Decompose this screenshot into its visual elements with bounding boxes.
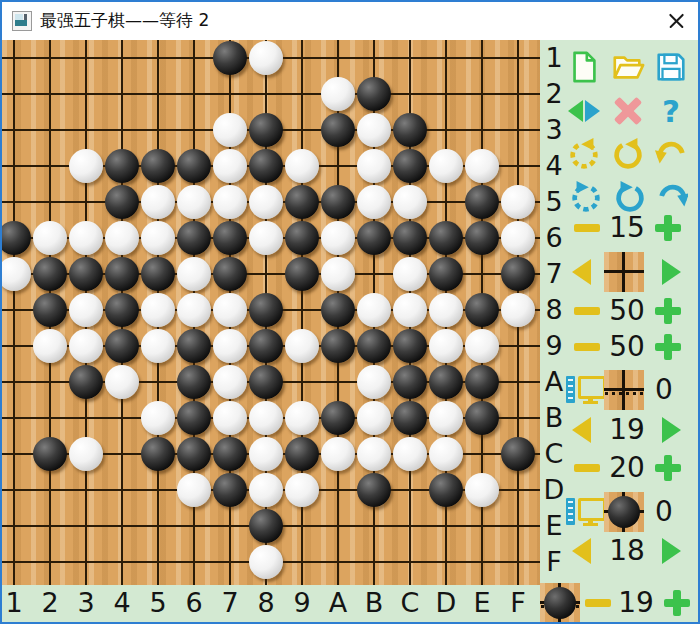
column-label: 3 — [68, 586, 104, 620]
white-stone — [393, 257, 427, 291]
white-stone — [249, 437, 283, 471]
new-file-icon[interactable] — [565, 48, 603, 86]
plus-button[interactable] — [664, 590, 690, 616]
white-stone — [213, 185, 247, 219]
black-stone — [177, 365, 211, 399]
black-stone — [429, 473, 463, 507]
white-stone — [141, 401, 175, 435]
row-label: 6 — [536, 221, 572, 255]
black-stone — [33, 293, 67, 327]
black-stone — [213, 41, 247, 75]
black-stone — [105, 149, 139, 183]
setting-value: 50 — [595, 295, 659, 327]
white-stone — [429, 149, 463, 183]
white-stone — [285, 329, 319, 363]
black-stone — [501, 437, 535, 471]
white-stone — [357, 401, 391, 435]
bottom-panel: 123456789ABCDEF 19 — [2, 585, 698, 622]
white-stone — [357, 149, 391, 183]
prev-style-arrow[interactable] — [572, 259, 591, 285]
white-stone — [69, 221, 103, 255]
column-label: A — [320, 586, 356, 620]
black-stone — [429, 221, 463, 255]
white-stone — [249, 185, 283, 219]
white-stone — [33, 221, 67, 255]
next-style-arrow[interactable] — [662, 259, 681, 285]
white-stone — [357, 113, 391, 147]
white-stone — [393, 437, 427, 471]
column-label: F — [500, 586, 536, 620]
white-stone — [321, 221, 355, 255]
row-label: B — [536, 401, 572, 435]
black-stone — [105, 329, 139, 363]
side-panel: 123456789ABCDEF ? 15 50 — [540, 40, 698, 585]
black-stone — [465, 221, 499, 255]
computer-icon — [566, 374, 602, 406]
turn-indicator-black-stone — [540, 583, 580, 623]
open-file-icon[interactable] — [609, 48, 647, 86]
title-bar: 最强五子棋——等待 2 — [2, 0, 698, 40]
white-stone — [177, 257, 211, 291]
black-stone — [177, 221, 211, 255]
setting-value: 50 — [595, 331, 659, 363]
white-stone — [393, 293, 427, 327]
row-label: 8 — [536, 293, 572, 327]
white-stone — [285, 401, 319, 435]
white-stone — [321, 437, 355, 471]
white-stone — [501, 221, 535, 255]
column-label: 6 — [176, 586, 212, 620]
window-title: 最强五子棋——等待 2 — [40, 9, 209, 32]
white-stone — [69, 329, 103, 363]
white-stone — [213, 401, 247, 435]
column-label: D — [428, 586, 464, 620]
indicator-value: 0 — [632, 496, 696, 528]
black-stone — [177, 401, 211, 435]
white-stone — [285, 473, 319, 507]
row-label: F — [536, 545, 572, 579]
black-stone — [105, 185, 139, 219]
white-stone — [69, 437, 103, 471]
black-stone — [33, 437, 67, 471]
white-stone — [501, 185, 535, 219]
white-stone — [177, 185, 211, 219]
black-stone — [465, 293, 499, 327]
white-stone — [285, 149, 319, 183]
column-label: 7 — [212, 586, 248, 620]
white-stone — [357, 293, 391, 327]
black-stone — [249, 329, 283, 363]
white-stone — [249, 221, 283, 255]
black-stone — [393, 365, 427, 399]
black-stone — [213, 257, 247, 291]
black-stone — [69, 257, 103, 291]
black-stone — [285, 437, 319, 471]
black-stone — [429, 365, 463, 399]
back-forward-icon[interactable] — [565, 92, 603, 130]
black-stone — [501, 257, 535, 291]
black-stone — [357, 77, 391, 111]
selector-value: 18 — [595, 535, 659, 567]
white-stone — [429, 329, 463, 363]
next-arrow[interactable] — [662, 417, 681, 443]
white-stone — [105, 221, 139, 255]
black-stone — [465, 185, 499, 219]
column-label: 1 — [0, 586, 32, 620]
black-stone — [357, 221, 391, 255]
black-stone — [285, 221, 319, 255]
help-icon[interactable]: ? — [652, 92, 690, 130]
delete-cross-icon[interactable] — [609, 92, 647, 130]
column-label: E — [464, 586, 500, 620]
gomoku-window: 最强五子棋——等待 2 123456789ABCDEF ? 15 — [0, 0, 700, 624]
column-label: 2 — [32, 586, 68, 620]
close-icon[interactable] — [662, 7, 690, 35]
black-stone — [465, 401, 499, 435]
selector-value: 19 — [595, 414, 659, 446]
board-style-tile[interactable] — [604, 252, 644, 292]
column-label: 8 — [248, 586, 284, 620]
prev-arrow[interactable] — [572, 538, 591, 564]
white-stone — [465, 149, 499, 183]
white-stone — [393, 185, 427, 219]
board-size-value: 15 — [595, 212, 659, 244]
black-stone — [321, 185, 355, 219]
white-stone — [177, 293, 211, 327]
black-stone — [105, 257, 139, 291]
white-stone — [357, 185, 391, 219]
white-stone — [429, 401, 463, 435]
black-stone — [429, 257, 463, 291]
black-stone — [249, 509, 283, 543]
white-stone — [249, 473, 283, 507]
prev-arrow[interactable] — [572, 417, 591, 443]
white-stone — [357, 437, 391, 471]
black-stone — [393, 329, 427, 363]
column-label: B — [356, 586, 392, 620]
row-label: 7 — [536, 257, 572, 291]
black-stone — [321, 113, 355, 147]
black-stone — [249, 113, 283, 147]
black-stone — [393, 149, 427, 183]
column-label: 9 — [284, 586, 320, 620]
white-stone — [213, 293, 247, 327]
black-stone — [213, 473, 247, 507]
black-stone — [321, 329, 355, 363]
black-stone — [177, 437, 211, 471]
white-stone — [249, 41, 283, 75]
white-stone — [213, 149, 247, 183]
black-stone — [213, 221, 247, 255]
black-stone — [249, 365, 283, 399]
black-stone — [249, 293, 283, 327]
black-stone — [141, 437, 175, 471]
black-stone — [393, 221, 427, 255]
column-label: 4 — [104, 586, 140, 620]
white-stone — [321, 257, 355, 291]
undo-rotate-dashed-icon[interactable] — [565, 136, 603, 174]
black-stone — [141, 257, 175, 291]
column-label: 5 — [140, 586, 176, 620]
white-stone — [33, 329, 67, 363]
black-stone — [249, 149, 283, 183]
white-stone — [429, 293, 463, 327]
black-stone — [285, 185, 319, 219]
white-stone — [213, 329, 247, 363]
black-stone — [69, 365, 103, 399]
white-stone — [321, 77, 355, 111]
white-stone — [141, 329, 175, 363]
row-label: C — [536, 437, 572, 471]
white-stone — [249, 401, 283, 435]
white-stone — [465, 329, 499, 363]
gomoku-board[interactable] — [2, 40, 540, 585]
black-stone — [357, 329, 391, 363]
white-stone — [69, 293, 103, 327]
undo-arc-icon[interactable] — [652, 136, 690, 174]
next-arrow[interactable] — [662, 538, 681, 564]
black-stone — [465, 365, 499, 399]
plus-button[interactable] — [655, 298, 681, 324]
white-stone — [465, 473, 499, 507]
indicator-value: 0 — [632, 374, 696, 406]
black-stone — [285, 257, 319, 291]
setting-value: 20 — [595, 452, 659, 484]
black-stone — [321, 401, 355, 435]
black-stone — [177, 149, 211, 183]
save-file-icon[interactable] — [652, 48, 690, 86]
black-stone — [177, 329, 211, 363]
white-stone — [141, 293, 175, 327]
black-stone — [393, 401, 427, 435]
plus-button[interactable] — [655, 455, 681, 481]
white-stone — [105, 365, 139, 399]
white-stone — [501, 293, 535, 327]
black-stone — [321, 293, 355, 327]
white-stone — [249, 545, 283, 579]
white-stone — [213, 113, 247, 147]
white-stone — [141, 221, 175, 255]
black-stone — [105, 293, 139, 327]
column-label: C — [392, 586, 428, 620]
white-stone — [141, 185, 175, 219]
computer-icon — [566, 496, 602, 528]
white-stone — [357, 365, 391, 399]
setting-value: 19 — [604, 587, 668, 619]
white-stone — [429, 437, 463, 471]
black-stone — [357, 473, 391, 507]
black-stone — [213, 437, 247, 471]
app-icon — [12, 11, 32, 31]
white-stone — [69, 149, 103, 183]
black-stone — [33, 257, 67, 291]
white-stone — [177, 473, 211, 507]
white-stone — [213, 365, 247, 399]
row-label: 9 — [536, 329, 572, 363]
plus-button[interactable] — [655, 215, 681, 241]
black-stone — [393, 113, 427, 147]
black-stone — [141, 149, 175, 183]
plus-button[interactable] — [655, 334, 681, 360]
undo-rotate-icon[interactable] — [609, 136, 647, 174]
